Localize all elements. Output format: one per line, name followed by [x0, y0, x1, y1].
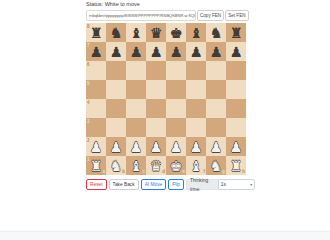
square-e5[interactable]: [166, 80, 186, 99]
square-b4[interactable]: [106, 99, 126, 118]
piece-white-rook[interactable]: ♜: [90, 159, 103, 173]
square-g8[interactable]: ♞: [206, 23, 226, 42]
square-a4[interactable]: 4: [86, 99, 106, 118]
square-d3[interactable]: [146, 118, 166, 137]
piece-white-pawn[interactable]: ♟: [150, 140, 163, 154]
square-a5[interactable]: 5: [86, 80, 106, 99]
rank-label-5: 5: [87, 81, 90, 86]
thinking-time-label: Thinking time:: [186, 179, 218, 190]
chevron-down-icon: ▾: [250, 180, 252, 189]
square-b5[interactable]: [106, 80, 126, 99]
square-f5[interactable]: [186, 80, 206, 99]
piece-white-pawn[interactable]: ♟: [130, 140, 143, 154]
file-label-d: d: [162, 169, 165, 174]
piece-white-pawn[interactable]: ♟: [110, 140, 123, 154]
rank-label-4: 4: [87, 100, 90, 105]
piece-black-pawn[interactable]: ♟: [170, 45, 183, 59]
square-a6[interactable]: 6: [86, 61, 106, 80]
chess-board: 8♜♞♝♛♚♝♞♜7♟♟♟♟♟♟♟♟65432♟♟♟♟♟♟♟♟1a♜b♞c♝d♛…: [86, 23, 246, 175]
square-g1[interactable]: g♞: [206, 156, 226, 175]
square-g2[interactable]: ♟: [206, 137, 226, 156]
square-c3[interactable]: [126, 118, 146, 137]
piece-white-pawn[interactable]: ♟: [210, 140, 223, 154]
file-label-c: c: [142, 169, 145, 174]
square-g4[interactable]: [206, 99, 226, 118]
piece-black-pawn[interactable]: ♟: [130, 45, 143, 59]
piece-black-knight[interactable]: ♞: [210, 26, 223, 40]
piece-white-pawn[interactable]: ♟: [170, 140, 183, 154]
set-fen-button[interactable]: Set FEN: [225, 10, 248, 21]
square-h5[interactable]: [226, 80, 246, 99]
square-c4[interactable]: [126, 99, 146, 118]
square-h1[interactable]: h♜: [226, 156, 246, 175]
square-e4[interactable]: [166, 99, 186, 118]
piece-black-pawn[interactable]: ♟: [190, 45, 203, 59]
square-d5[interactable]: [146, 80, 166, 99]
piece-black-bishop[interactable]: ♝: [190, 26, 203, 40]
square-e1[interactable]: e♚: [166, 156, 186, 175]
square-g7[interactable]: ♟: [206, 42, 226, 61]
piece-white-queen[interactable]: ♛: [150, 159, 163, 173]
piece-white-pawn[interactable]: ♟: [230, 140, 243, 154]
file-label-b: b: [122, 169, 125, 174]
piece-white-king[interactable]: ♚: [170, 159, 183, 173]
thinking-time-group: Thinking time: 1s ▾: [186, 179, 255, 190]
square-a3[interactable]: 3: [86, 118, 106, 137]
piece-white-bishop[interactable]: ♝: [190, 159, 203, 173]
square-g3[interactable]: [206, 118, 226, 137]
square-d7[interactable]: ♟: [146, 42, 166, 61]
square-d8[interactable]: ♛: [146, 23, 166, 42]
ai-move-button[interactable]: AI Move: [141, 179, 167, 190]
square-e6[interactable]: [166, 61, 186, 80]
square-d4[interactable]: [146, 99, 166, 118]
square-c7[interactable]: ♟: [126, 42, 146, 61]
square-e8[interactable]: ♚: [166, 23, 186, 42]
piece-white-rook[interactable]: ♜: [230, 159, 243, 173]
flip-button[interactable]: Flip: [168, 179, 184, 190]
square-e7[interactable]: ♟: [166, 42, 186, 61]
piece-black-pawn[interactable]: ♟: [90, 45, 103, 59]
piece-black-bishop[interactable]: ♝: [130, 26, 143, 40]
square-f4[interactable]: [186, 99, 206, 118]
piece-white-pawn[interactable]: ♟: [190, 140, 203, 154]
rank-label-6: 6: [87, 62, 90, 67]
square-b3[interactable]: [106, 118, 126, 137]
square-a8[interactable]: 8♜: [86, 23, 106, 42]
square-f6[interactable]: [186, 61, 206, 80]
thinking-time-select[interactable]: 1s ▾: [218, 179, 255, 190]
square-g6[interactable]: [206, 61, 226, 80]
piece-black-rook[interactable]: ♜: [90, 26, 103, 40]
piece-white-bishop[interactable]: ♝: [130, 159, 143, 173]
square-f7[interactable]: ♟: [186, 42, 206, 61]
chess-app: Status: White to move rnbqkbnr/pppppppp/…: [86, 1, 250, 190]
square-c1[interactable]: c♝: [126, 156, 146, 175]
square-b6[interactable]: [106, 61, 126, 80]
square-a1[interactable]: 1a♜: [86, 156, 106, 175]
square-c5[interactable]: [126, 80, 146, 99]
square-h2[interactable]: ♟: [226, 137, 246, 156]
square-e3[interactable]: [166, 118, 186, 137]
square-c6[interactable]: [126, 61, 146, 80]
piece-black-pawn[interactable]: ♟: [230, 45, 243, 59]
piece-black-pawn[interactable]: ♟: [210, 45, 223, 59]
status-text: Status: White to move: [86, 1, 250, 8]
piece-white-knight[interactable]: ♞: [210, 159, 223, 173]
square-c2[interactable]: ♟: [126, 137, 146, 156]
square-f2[interactable]: ♟: [186, 137, 206, 156]
square-b7[interactable]: ♟: [106, 42, 126, 61]
file-label-g: g: [222, 169, 225, 174]
piece-black-pawn[interactable]: ♟: [150, 45, 163, 59]
file-label-e: e: [182, 169, 185, 174]
fen-bar: rnbqkbnr/pppppppp/8/8/8/8/PPPPPPPP/RNBQK…: [86, 10, 250, 21]
square-h8[interactable]: ♜: [226, 23, 246, 42]
square-d2[interactable]: ♟: [146, 137, 166, 156]
square-d1[interactable]: d♛: [146, 156, 166, 175]
piece-black-king[interactable]: ♚: [170, 26, 183, 40]
file-label-f: f: [204, 169, 206, 174]
square-g5[interactable]: [206, 80, 226, 99]
piece-black-queen[interactable]: ♛: [150, 26, 163, 40]
square-f8[interactable]: ♝: [186, 23, 206, 42]
square-h3[interactable]: [226, 118, 246, 137]
file-label-a: a: [102, 169, 105, 174]
copy-fen-button[interactable]: Copy FEN: [197, 10, 224, 21]
fen-input[interactable]: rnbqkbnr/pppppppp/8/8/8/8/PPPPPPPP/RNBQK…: [86, 10, 196, 21]
square-h4[interactable]: [226, 99, 246, 118]
square-h6[interactable]: [226, 61, 246, 80]
reset-button[interactable]: Reset: [86, 179, 107, 190]
controls-bar: Reset Take Back AI Move Flip Thinking ti…: [86, 179, 246, 190]
piece-white-knight[interactable]: ♞: [110, 159, 123, 173]
square-a2[interactable]: 2♟: [86, 137, 106, 156]
square-b8[interactable]: ♞: [106, 23, 126, 42]
square-f3[interactable]: [186, 118, 206, 137]
thinking-time-value: 1s: [221, 180, 226, 189]
square-c8[interactable]: ♝: [126, 23, 146, 42]
piece-black-rook[interactable]: ♜: [230, 26, 243, 40]
square-h7[interactable]: ♟: [226, 42, 246, 61]
piece-black-knight[interactable]: ♞: [110, 26, 123, 40]
square-f1[interactable]: f♝: [186, 156, 206, 175]
piece-white-pawn[interactable]: ♟: [90, 140, 103, 154]
square-e2[interactable]: ♟: [166, 137, 186, 156]
piece-black-pawn[interactable]: ♟: [110, 45, 123, 59]
file-label-h: h: [242, 169, 245, 174]
rank-label-3: 3: [87, 119, 90, 124]
square-d6[interactable]: [146, 61, 166, 80]
take-back-button[interactable]: Take Back: [109, 179, 139, 190]
square-b2[interactable]: ♟: [106, 137, 126, 156]
square-b1[interactable]: b♞: [106, 156, 126, 175]
square-a7[interactable]: 7♟: [86, 42, 106, 61]
